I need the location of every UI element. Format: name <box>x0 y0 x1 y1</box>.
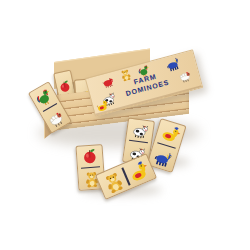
duck-blue-icon <box>124 156 154 185</box>
sheep-icon <box>176 66 194 84</box>
horse-icon <box>150 144 177 170</box>
tile-half-apple <box>77 145 103 167</box>
lid-motif-sheep <box>176 66 194 84</box>
lid-motif-pig <box>100 74 116 90</box>
farm-dominoes-product-photo: FARM DOMINOES <box>0 0 250 250</box>
apple-icon <box>78 147 101 167</box>
cow-icon <box>128 120 152 141</box>
pig-icon <box>100 74 116 90</box>
